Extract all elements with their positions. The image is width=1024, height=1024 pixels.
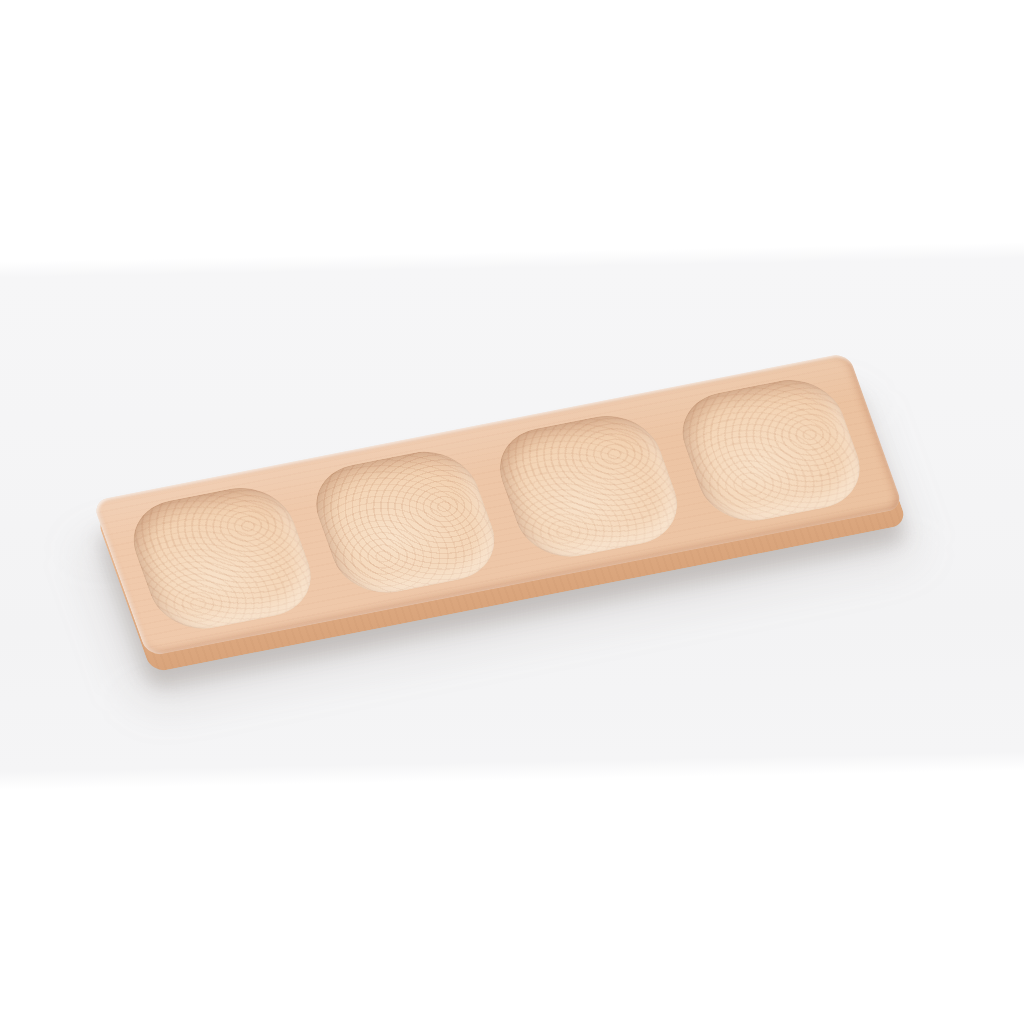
pit-1[interactable] — [121, 479, 325, 637]
pit-4[interactable] — [669, 371, 873, 529]
product-photo-scene — [0, 0, 1024, 1024]
pit-3[interactable] — [486, 407, 690, 565]
pit-2[interactable] — [303, 443, 507, 601]
